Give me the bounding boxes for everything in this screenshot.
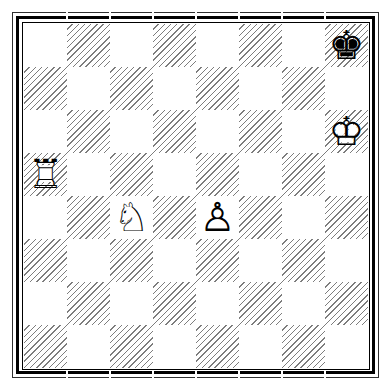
square-h4[interactable] bbox=[325, 196, 368, 239]
chess-board: ♚♚♔♜♖♞♘♟♙ bbox=[24, 24, 368, 368]
square-d6[interactable] bbox=[153, 110, 196, 153]
square-c8[interactable] bbox=[110, 24, 153, 67]
square-c4[interactable]: ♞♘ bbox=[110, 196, 153, 239]
square-f8[interactable] bbox=[239, 24, 282, 67]
square-e8[interactable] bbox=[196, 24, 239, 67]
chess-diagram: ♚♚♔♜♖♞♘♟♙ bbox=[0, 0, 392, 391]
frame-joint-bottom-3 bbox=[152, 370, 154, 379]
piece-black-king-h8[interactable]: ♚ bbox=[325, 24, 368, 67]
frame-joint-bottom-6 bbox=[281, 370, 283, 379]
square-g3[interactable] bbox=[282, 239, 325, 282]
square-f2[interactable] bbox=[239, 282, 282, 325]
square-d3[interactable] bbox=[153, 239, 196, 282]
square-f3[interactable] bbox=[239, 239, 282, 282]
square-d8[interactable] bbox=[153, 24, 196, 67]
white-pawn-icon: ♙ bbox=[196, 197, 239, 237]
square-c5[interactable] bbox=[110, 153, 153, 196]
square-e1[interactable] bbox=[196, 325, 239, 368]
square-f5[interactable] bbox=[239, 153, 282, 196]
square-d4[interactable] bbox=[153, 196, 196, 239]
square-c3[interactable] bbox=[110, 239, 153, 282]
square-b7[interactable] bbox=[67, 67, 110, 110]
square-c1[interactable] bbox=[110, 325, 153, 368]
square-h3[interactable] bbox=[325, 239, 368, 282]
frame-joint-top-4 bbox=[195, 11, 197, 20]
square-c7[interactable] bbox=[110, 67, 153, 110]
square-f1[interactable] bbox=[239, 325, 282, 368]
square-a8[interactable] bbox=[24, 24, 67, 67]
square-g1[interactable] bbox=[282, 325, 325, 368]
piece-white-pawn-e4[interactable]: ♟♙ bbox=[196, 196, 239, 239]
square-g8[interactable] bbox=[282, 24, 325, 67]
square-h5[interactable] bbox=[325, 153, 368, 196]
frame-joint-top-3 bbox=[152, 11, 154, 20]
square-a6[interactable] bbox=[24, 110, 67, 153]
square-d7[interactable] bbox=[153, 67, 196, 110]
square-e5[interactable] bbox=[196, 153, 239, 196]
white-rook-icon: ♖ bbox=[24, 154, 67, 194]
piece-white-rook-a5[interactable]: ♜♖ bbox=[24, 153, 67, 196]
square-g7[interactable] bbox=[282, 67, 325, 110]
square-b4[interactable] bbox=[67, 196, 110, 239]
square-a4[interactable] bbox=[24, 196, 67, 239]
square-a1[interactable] bbox=[24, 325, 67, 368]
square-h2[interactable] bbox=[325, 282, 368, 325]
square-f7[interactable] bbox=[239, 67, 282, 110]
square-g6[interactable] bbox=[282, 110, 325, 153]
square-e7[interactable] bbox=[196, 67, 239, 110]
square-e2[interactable] bbox=[196, 282, 239, 325]
square-h8[interactable]: ♚ bbox=[325, 24, 368, 67]
piece-white-knight-c4[interactable]: ♞♘ bbox=[110, 196, 153, 239]
square-h1[interactable] bbox=[325, 325, 368, 368]
square-f4[interactable] bbox=[239, 196, 282, 239]
square-d2[interactable] bbox=[153, 282, 196, 325]
square-g5[interactable] bbox=[282, 153, 325, 196]
square-e3[interactable] bbox=[196, 239, 239, 282]
frame-joint-bottom-4 bbox=[195, 370, 197, 379]
white-knight-icon: ♘ bbox=[110, 197, 153, 237]
square-g2[interactable] bbox=[282, 282, 325, 325]
frame-joint-bottom-2 bbox=[109, 370, 111, 379]
square-a5[interactable]: ♜♖ bbox=[24, 153, 67, 196]
square-b8[interactable] bbox=[67, 24, 110, 67]
frame-joint-top-2 bbox=[109, 11, 111, 20]
black-king-icon: ♚ bbox=[325, 25, 368, 65]
square-a7[interactable] bbox=[24, 67, 67, 110]
square-a3[interactable] bbox=[24, 239, 67, 282]
square-f6[interactable] bbox=[239, 110, 282, 153]
frame-joint-bottom-1 bbox=[66, 370, 68, 379]
square-d1[interactable] bbox=[153, 325, 196, 368]
frame-joint-top-7 bbox=[324, 11, 326, 20]
square-c6[interactable] bbox=[110, 110, 153, 153]
square-d5[interactable] bbox=[153, 153, 196, 196]
piece-white-king-h6[interactable]: ♚♔ bbox=[325, 110, 368, 153]
frame-joint-bottom-5 bbox=[238, 370, 240, 379]
square-c2[interactable] bbox=[110, 282, 153, 325]
square-b2[interactable] bbox=[67, 282, 110, 325]
frame-joint-top-5 bbox=[238, 11, 240, 20]
square-b6[interactable] bbox=[67, 110, 110, 153]
square-h6[interactable]: ♚♔ bbox=[325, 110, 368, 153]
frame-joint-bottom-7 bbox=[324, 370, 326, 379]
square-b5[interactable] bbox=[67, 153, 110, 196]
square-b1[interactable] bbox=[67, 325, 110, 368]
square-h7[interactable] bbox=[325, 67, 368, 110]
square-e6[interactable] bbox=[196, 110, 239, 153]
white-king-icon: ♔ bbox=[325, 111, 368, 151]
frame-joint-top-6 bbox=[281, 11, 283, 20]
square-a2[interactable] bbox=[24, 282, 67, 325]
square-g4[interactable] bbox=[282, 196, 325, 239]
frame-joint-top-1 bbox=[66, 11, 68, 20]
square-e4[interactable]: ♟♙ bbox=[196, 196, 239, 239]
square-b3[interactable] bbox=[67, 239, 110, 282]
